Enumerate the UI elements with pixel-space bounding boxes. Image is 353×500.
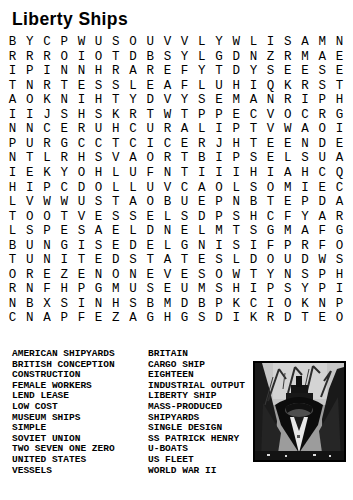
grid-cell: M <box>159 297 176 312</box>
grid-cell: R <box>296 79 313 94</box>
grid-cell: N <box>331 35 348 50</box>
grid-cell: G <box>262 224 279 239</box>
grid-cell: H <box>4 181 21 196</box>
grid-cell: B <box>159 195 176 210</box>
grid-cell: G <box>210 50 227 65</box>
grid-cell: E <box>38 268 55 283</box>
grid-cell: S <box>124 210 141 225</box>
grid-cell: Y <box>56 166 73 181</box>
grid-cell: N <box>56 93 73 108</box>
grid-cell: S <box>90 195 107 210</box>
grid-cell: E <box>107 239 124 254</box>
grid-cell: M <box>279 181 296 196</box>
grid-cell: R <box>279 50 296 65</box>
grid-cell: J <box>210 137 227 152</box>
grid-cell: U <box>142 181 159 196</box>
grid-cell: T <box>107 50 124 65</box>
grid-cell: A <box>245 93 262 108</box>
grid-cell: G <box>176 239 193 254</box>
grid-cell: T <box>73 253 90 268</box>
grid-cell: T <box>176 253 193 268</box>
grid-cell: C <box>38 122 55 137</box>
grid-cell: T <box>176 151 193 166</box>
grid-cell: O <box>210 181 227 196</box>
grid-cell: L <box>245 35 262 50</box>
grid-cell: H <box>107 122 124 137</box>
grid-cell: O <box>210 268 227 283</box>
grid-cell: A <box>296 122 313 137</box>
grid-cell: E <box>262 151 279 166</box>
grid-cell: B <box>142 297 159 312</box>
grid-cell: S <box>56 297 73 312</box>
grid-cell: G <box>176 311 193 326</box>
grid-cell: M <box>314 35 331 50</box>
grid-cell: H <box>107 297 124 312</box>
grid-cell: R <box>314 108 331 123</box>
grid-cell: C <box>4 311 21 326</box>
grid-cell: L <box>124 181 141 196</box>
grid-cell: R <box>124 108 141 123</box>
grid-cell: F <box>73 311 90 326</box>
grid-cell: O <box>331 239 348 254</box>
grid-cell: N <box>245 50 262 65</box>
grid-cell: V <box>262 108 279 123</box>
grid-cell: T <box>331 79 348 94</box>
grid-cell: V <box>159 268 176 283</box>
grid-cell: N <box>4 297 21 312</box>
grid-cell: I <box>210 122 227 137</box>
grid-cell: T <box>21 151 38 166</box>
grid-cell: E <box>279 195 296 210</box>
grid-cell: V <box>159 181 176 196</box>
grid-cell: O <box>142 195 159 210</box>
grid-cell: I <box>331 282 348 297</box>
grid-cell: P <box>73 282 90 297</box>
grid-cell: U <box>21 137 38 152</box>
grid-cell: P <box>4 137 21 152</box>
grid-cell: E <box>142 239 159 254</box>
grid-cell: Y <box>296 282 313 297</box>
grid-cell: L <box>107 181 124 196</box>
grid-cell: I <box>193 166 210 181</box>
ship-photo <box>253 361 346 462</box>
grid-cell: I <box>262 35 279 50</box>
grid-cell: B <box>21 297 38 312</box>
grid-cell: I <box>73 297 90 312</box>
grid-cell: E <box>176 268 193 283</box>
grid-cell: L <box>193 224 210 239</box>
grid-cell: R <box>193 137 210 152</box>
grid-cell: E <box>176 137 193 152</box>
grid-cell: I <box>4 166 21 181</box>
grid-cell: E <box>107 224 124 239</box>
word-list-right-column: BRITAINCARGO SHIPEIGHTEENINDUSTRIAL OUTP… <box>148 349 245 476</box>
grid-cell: H <box>73 108 90 123</box>
grid-cell: V <box>21 195 38 210</box>
grid-cell: K <box>296 297 313 312</box>
grid-cell: T <box>4 210 21 225</box>
grid-cell: D <box>245 253 262 268</box>
grid-cell: Y <box>210 35 227 50</box>
grid-cell: U <box>90 122 107 137</box>
grid-cell: H <box>331 93 348 108</box>
grid-cell: A <box>90 224 107 239</box>
grid-cell: L <box>193 50 210 65</box>
grid-cell: T <box>228 224 245 239</box>
grid-cell: B <box>193 151 210 166</box>
grid-cell: N <box>38 253 55 268</box>
grid-cell: N <box>262 93 279 108</box>
grid-cell: E <box>90 253 107 268</box>
grid-cell: W <box>228 268 245 283</box>
grid-cell: S <box>124 297 141 312</box>
grid-cell: U <box>73 195 90 210</box>
grid-cell: A <box>279 166 296 181</box>
grid-cell: I <box>210 239 227 254</box>
grid-cell: L <box>193 35 210 50</box>
grid-cell: P <box>314 268 331 283</box>
grid-cell: R <box>279 93 296 108</box>
grid-cell: S <box>262 64 279 79</box>
word-list-left-column: AMERICAN SHIPYARDSBRITISH CONCEPTIONCONS… <box>12 349 115 476</box>
grid-cell: B <box>193 297 210 312</box>
grid-cell: I <box>228 311 245 326</box>
grid-cell: C <box>245 297 262 312</box>
grid-cell: E <box>142 268 159 283</box>
grid-cell: O <box>262 181 279 196</box>
grid-cell: G <box>331 224 348 239</box>
grid-cell: R <box>4 50 21 65</box>
grid-cell: T <box>245 268 262 283</box>
grid-cell: L <box>124 224 141 239</box>
grid-cell: P <box>210 195 227 210</box>
grid-cell: N <box>314 297 331 312</box>
grid-cell: Y <box>21 35 38 50</box>
grid-cell: A <box>124 64 141 79</box>
grid-cell: V <box>159 35 176 50</box>
grid-cell: D <box>279 311 296 326</box>
grid-cell: S <box>21 224 38 239</box>
grid-cell: T <box>107 195 124 210</box>
word-list-item: WORLD WAR II <box>148 466 245 477</box>
grid-cell: D <box>296 253 313 268</box>
grid-cell: C <box>331 181 348 196</box>
grid-cell: I <box>262 166 279 181</box>
grid-cell: S <box>193 93 210 108</box>
grid-cell: A <box>38 311 55 326</box>
grid-cell: S <box>90 239 107 254</box>
grid-cell: N <box>159 166 176 181</box>
grid-cell: D <box>73 181 90 196</box>
grid-cell: F <box>176 64 193 79</box>
grid-cell: Y <box>296 210 313 225</box>
grid-cell: N <box>90 268 107 283</box>
grid-cell: U <box>176 282 193 297</box>
grid-cell: L <box>4 195 21 210</box>
grid-cell: S <box>279 35 296 50</box>
grid-cell: P <box>193 108 210 123</box>
grid-cell: U <box>142 122 159 137</box>
grid-cell: E <box>90 210 107 225</box>
grid-cell: Q <box>331 166 348 181</box>
grid-cell: Y <box>124 93 141 108</box>
grid-cell: P <box>262 282 279 297</box>
grid-cell: T <box>107 93 124 108</box>
grid-cell: R <box>38 50 55 65</box>
grid-cell: F <box>176 79 193 94</box>
grid-cell: D <box>142 224 159 239</box>
grid-cell: A <box>159 79 176 94</box>
grid-cell: K <box>38 93 55 108</box>
grid-cell: N <box>90 297 107 312</box>
grid-cell: W <box>38 195 55 210</box>
grid-cell: W <box>159 108 176 123</box>
grid-cell: E <box>314 311 331 326</box>
grid-cell: U <box>90 35 107 50</box>
grid-cell: S <box>107 35 124 50</box>
grid-cell: U <box>142 35 159 50</box>
grid-cell: M <box>296 50 313 65</box>
grid-cell: W <box>56 195 73 210</box>
grid-cell: A <box>124 151 141 166</box>
grid-cell: T <box>142 108 159 123</box>
grid-cell: O <box>90 181 107 196</box>
grid-cell: H <box>245 210 262 225</box>
grid-cell: C <box>90 137 107 152</box>
grid-cell: S <box>210 253 227 268</box>
grid-cell: C <box>73 137 90 152</box>
grid-cell: W <box>279 122 296 137</box>
grid-cell: W <box>314 253 331 268</box>
grid-cell: E <box>176 224 193 239</box>
grid-cell: R <box>159 122 176 137</box>
grid-cell: I <box>21 181 38 196</box>
grid-cell: A <box>314 210 331 225</box>
grid-cell: E <box>262 137 279 152</box>
grid-cell: S <box>124 253 141 268</box>
grid-cell: J <box>38 108 55 123</box>
grid-cell: P <box>279 239 296 254</box>
grid-cell: U <box>124 166 141 181</box>
grid-cell: S <box>245 151 262 166</box>
grid-cell: D <box>228 50 245 65</box>
grid-cell: N <box>4 151 21 166</box>
grid-cell: P <box>331 297 348 312</box>
grid-cell: E <box>331 50 348 65</box>
grid-cell: O <box>38 210 55 225</box>
grid-cell: L <box>159 239 176 254</box>
grid-cell: T <box>296 311 313 326</box>
grid-cell: N <box>21 282 38 297</box>
grid-cell: C <box>124 137 141 152</box>
grid-cell: C <box>296 108 313 123</box>
grid-cell: S <box>279 282 296 297</box>
grid-cell: L <box>193 79 210 94</box>
grid-cell: L <box>159 210 176 225</box>
grid-cell: L <box>279 151 296 166</box>
grid-cell: V <box>107 151 124 166</box>
grid-cell: S <box>176 210 193 225</box>
grid-cell: E <box>159 64 176 79</box>
grid-cell: A <box>176 122 193 137</box>
grid-cell: D <box>193 210 210 225</box>
grid-cell: N <box>21 79 38 94</box>
grid-cell: P <box>314 93 331 108</box>
grid-cell: H <box>56 282 73 297</box>
grid-cell: E <box>73 268 90 283</box>
grid-cell: B <box>4 35 21 50</box>
grid-cell: O <box>331 311 348 326</box>
grid-cell: S <box>142 282 159 297</box>
grid-cell: E <box>193 195 210 210</box>
grid-cell: I <box>245 282 262 297</box>
grid-cell: M <box>107 282 124 297</box>
grid-cell: T <box>176 166 193 181</box>
grid-cell: A <box>331 151 348 166</box>
grid-cell: F <box>262 239 279 254</box>
grid-cell: R <box>107 64 124 79</box>
grid-cell: P <box>21 64 38 79</box>
grid-cell: T <box>4 79 21 94</box>
grid-cell: O <box>90 50 107 65</box>
grid-cell: S <box>73 224 90 239</box>
grid-cell: H <box>245 166 262 181</box>
grid-cell: F <box>38 282 55 297</box>
grid-cell: H <box>331 268 348 283</box>
grid-cell: V <box>176 35 193 50</box>
grid-cell: A <box>159 253 176 268</box>
word-list-item: VESSELS <box>12 466 115 477</box>
grid-cell: L <box>38 151 55 166</box>
grid-cell: P <box>296 195 313 210</box>
grid-cell: P <box>56 311 73 326</box>
grid-cell: A <box>296 35 313 50</box>
grid-cell: P <box>228 122 245 137</box>
grid-cell: C <box>245 108 262 123</box>
word-list-item: US FLEET <box>148 455 245 466</box>
page-title: Liberty Ships <box>12 9 128 30</box>
grid-cell: G <box>56 239 73 254</box>
grid-cell: S <box>107 79 124 94</box>
grid-cell: S <box>314 64 331 79</box>
grid-cell: U <box>210 79 227 94</box>
grid-cell: P <box>56 35 73 50</box>
grid-cell: U <box>124 282 141 297</box>
word-list-item: AMERICAN SHIPYARDS <box>12 349 115 360</box>
grid-cell: I <box>296 93 313 108</box>
grid-cell: R <box>142 64 159 79</box>
grid-cell: H <box>90 64 107 79</box>
grid-cell: P <box>210 108 227 123</box>
grid-cell: C <box>159 137 176 152</box>
grid-cell: N <box>73 64 90 79</box>
grid-cell: S <box>159 50 176 65</box>
grid-cell: S <box>314 79 331 94</box>
grid-cell: Z <box>56 268 73 283</box>
grid-cell: D <box>124 50 141 65</box>
grid-cell: S <box>245 224 262 239</box>
grid-cell: E <box>331 64 348 79</box>
grid-cell: I <box>142 137 159 152</box>
grid-cell: I <box>245 239 262 254</box>
grid-cell: I <box>73 239 90 254</box>
grid-cell: S <box>56 108 73 123</box>
grid-cell: C <box>124 122 141 137</box>
grid-cell: O <box>73 166 90 181</box>
grid-cell: M <box>193 282 210 297</box>
grid-cell: K <box>279 79 296 94</box>
grid-cell: V <box>73 210 90 225</box>
grid-cell: A <box>296 224 313 239</box>
grid-cell: R <box>56 151 73 166</box>
grid-cell: L <box>107 166 124 181</box>
grid-cell: O <box>21 210 38 225</box>
grid-cell: I <box>210 151 227 166</box>
grid-cell: U <box>21 253 38 268</box>
grid-cell: P <box>38 224 55 239</box>
grid-cell: L <box>228 253 245 268</box>
grid-cell: Y <box>193 64 210 79</box>
grid-cell: M <box>210 224 227 239</box>
grid-cell: U <box>21 239 38 254</box>
grid-cell: E <box>279 137 296 152</box>
grid-cell: Y <box>176 50 193 65</box>
grid-cell: F <box>314 239 331 254</box>
grid-cell: F <box>314 224 331 239</box>
grid-cell: O <box>279 108 296 123</box>
grid-cell: A <box>4 93 21 108</box>
grid-cell: U <box>176 195 193 210</box>
grid-cell: I <box>4 64 21 79</box>
grid-cell: N <box>56 64 73 79</box>
grid-cell: T <box>210 64 227 79</box>
grid-cell: B <box>142 50 159 65</box>
grid-cell: E <box>56 122 73 137</box>
grid-cell: E <box>314 181 331 196</box>
grid-cell: E <box>296 64 313 79</box>
word-search-grid: BYCPWUSOUVVLYWLISAMNRRROIOTDBSYLGDNZRMAE… <box>4 35 348 326</box>
grid-cell: S <box>210 282 227 297</box>
grid-cell: P <box>38 181 55 196</box>
grid-cell: T <box>107 137 124 152</box>
grid-cell: N <box>228 195 245 210</box>
grid-cell: D <box>142 93 159 108</box>
grid-cell: I <box>210 166 227 181</box>
grid-cell: I <box>73 50 90 65</box>
grid-cell: S <box>193 311 210 326</box>
grid-cell: A <box>314 50 331 65</box>
grid-cell: R <box>21 268 38 283</box>
grid-cell: Z <box>262 50 279 65</box>
grid-cell: Z <box>107 311 124 326</box>
grid-cell: R <box>331 210 348 225</box>
grid-cell: N <box>193 239 210 254</box>
grid-cell: G <box>142 311 159 326</box>
grid-cell: T <box>262 195 279 210</box>
grid-cell: E <box>193 253 210 268</box>
word-list-item: MASS-PRODUCED <box>148 402 245 413</box>
grid-cell: R <box>262 311 279 326</box>
grid-cell: E <box>90 311 107 326</box>
grid-cell: I <box>56 253 73 268</box>
grid-cell: T <box>4 253 21 268</box>
grid-cell: D <box>124 239 141 254</box>
grid-cell: N <box>159 224 176 239</box>
grid-cell: T <box>56 210 73 225</box>
grid-cell: S <box>90 79 107 94</box>
grid-cell: E <box>73 79 90 94</box>
grid-cell: O <box>56 50 73 65</box>
